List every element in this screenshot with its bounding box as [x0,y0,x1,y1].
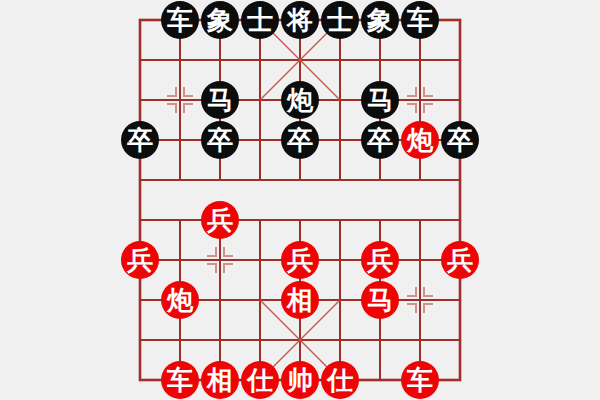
board-point: 炮 [400,120,440,160]
board-point: 车 [400,0,440,40]
board-point: 仕 [240,360,280,400]
black-soldier-piece[interactable]: 卒 [121,121,159,159]
board-point: 卒 [280,120,320,160]
board-point: 兵 [440,240,480,280]
board-point: 兵 [360,240,400,280]
board-point: 车 [400,360,440,400]
red-horse-piece[interactable]: 马 [361,281,399,319]
board-point: 炮 [160,280,200,320]
black-elephant-piece[interactable]: 象 [361,1,399,39]
board-point: 马 [360,280,400,320]
black-chariot-piece[interactable]: 车 [401,1,439,39]
red-soldier-piece[interactable]: 兵 [121,241,159,279]
red-soldier-piece[interactable]: 兵 [441,241,479,279]
red-general-piece[interactable]: 帅 [281,361,319,399]
board-point: 卒 [360,120,400,160]
board-point: 相 [280,280,320,320]
board-point: 车 [160,0,200,40]
board-point: 士 [240,0,280,40]
board-point: 仕 [320,360,360,400]
board-point: 将 [280,0,320,40]
red-soldier-piece[interactable]: 兵 [281,241,319,279]
board-point: 卒 [200,120,240,160]
red-soldier-piece[interactable]: 兵 [361,241,399,279]
board-point: 象 [360,0,400,40]
black-general-piece[interactable]: 将 [281,1,319,39]
red-advisor-piece[interactable]: 仕 [241,361,279,399]
red-chariot-piece[interactable]: 车 [161,361,199,399]
board-point: 相 [200,360,240,400]
red-cannon-piece[interactable]: 炮 [401,121,439,159]
black-horse-piece[interactable]: 马 [201,81,239,119]
black-chariot-piece[interactable]: 车 [161,1,199,39]
board-point: 马 [360,80,400,120]
board-point: 兵 [200,200,240,240]
black-advisor-piece[interactable]: 士 [241,1,279,39]
board-point: 卒 [440,120,480,160]
black-advisor-piece[interactable]: 士 [321,1,359,39]
board-point: 马 [200,80,240,120]
black-cannon-piece[interactable]: 炮 [281,81,319,119]
pieces-layer: 车象士将士象车马炮马卒卒卒卒炮卒兵兵兵兵兵炮相马车相仕帅仕车 [120,0,480,400]
board-point: 兵 [120,240,160,280]
red-cannon-piece[interactable]: 炮 [161,281,199,319]
board-point: 士 [320,0,360,40]
board-point: 象 [200,0,240,40]
board-point: 车 [160,360,200,400]
board-point: 兵 [280,240,320,280]
red-soldier-piece[interactable]: 兵 [201,201,239,239]
board-point: 帅 [280,360,320,400]
board-point: 卒 [120,120,160,160]
black-elephant-piece[interactable]: 象 [201,1,239,39]
black-horse-piece[interactable]: 马 [361,81,399,119]
board-point: 炮 [280,80,320,120]
xiangqi-board: 车象士将士象车马炮马卒卒卒卒炮卒兵兵兵兵兵炮相马车相仕帅仕车 [0,0,600,400]
red-elephant-piece[interactable]: 相 [281,281,319,319]
black-soldier-piece[interactable]: 卒 [281,121,319,159]
red-elephant-piece[interactable]: 相 [201,361,239,399]
black-soldier-piece[interactable]: 卒 [361,121,399,159]
black-soldier-piece[interactable]: 卒 [441,121,479,159]
black-soldier-piece[interactable]: 卒 [201,121,239,159]
red-chariot-piece[interactable]: 车 [401,361,439,399]
red-advisor-piece[interactable]: 仕 [321,361,359,399]
